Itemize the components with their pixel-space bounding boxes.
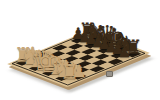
- chess-piece-black-pawn[interactable]: ♟: [117, 44, 131, 60]
- board-clasp-icon: [106, 71, 113, 77]
- chess-piece-white-rook[interactable]: ♜: [60, 63, 79, 84]
- chess-set-photo: ♜♞♝♛♚♝♞♜♟♟♟♟♟♟♟♟♟♟♟♟♟♟♟♟♜♞♝♛♚♝♞♜: [0, 0, 160, 100]
